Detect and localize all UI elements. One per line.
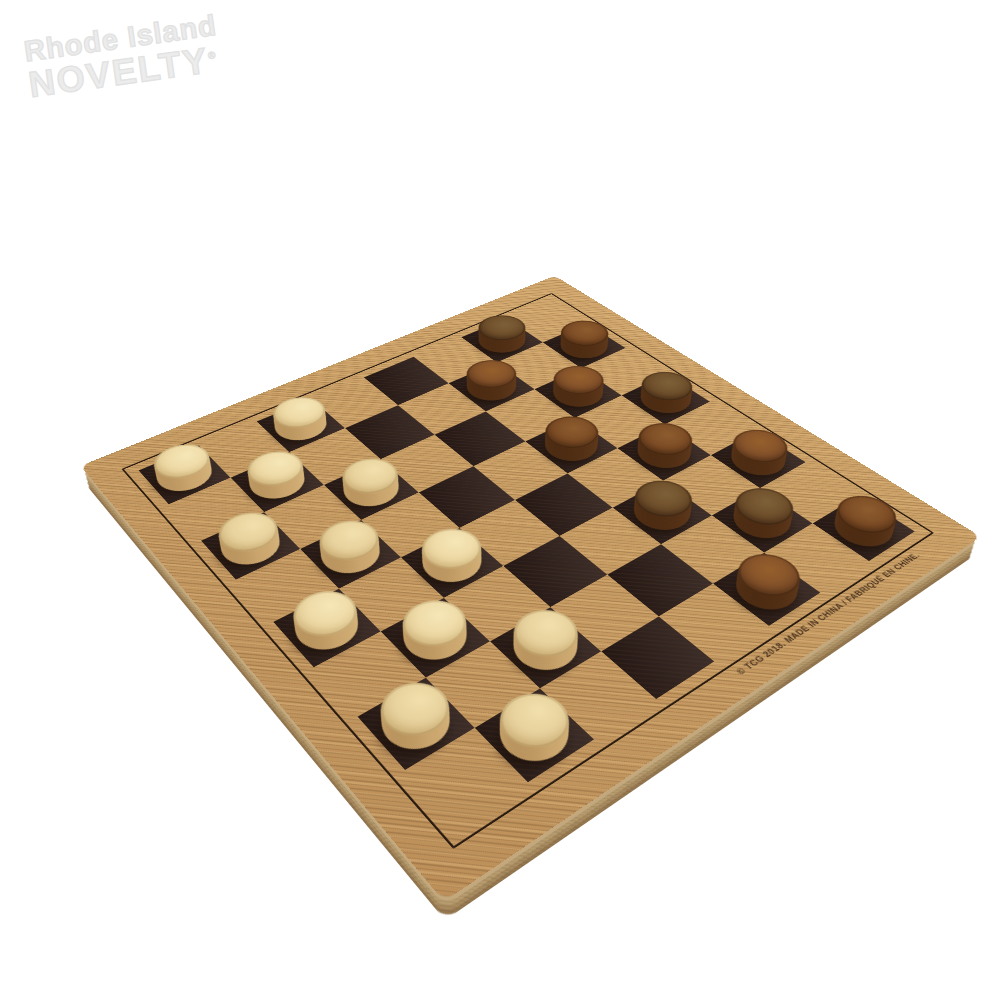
checkers-board: © TCG 2018. MADE IN CHINA / FABRIQUÉ EN … (80, 276, 980, 902)
playing-grid (138, 300, 914, 828)
product-photo: Rhode Island NOVELTY® © TCG 2018. MADE I… (0, 0, 1000, 1000)
scene: © TCG 2018. MADE IN CHINA / FABRIQUÉ EN … (0, 0, 1000, 1000)
board-top-face: © TCG 2018. MADE IN CHINA / FABRIQUÉ EN … (80, 276, 980, 902)
